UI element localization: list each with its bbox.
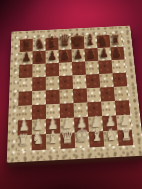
square-g7 [97,47,111,60]
square-f7 [84,48,98,61]
square-b3 [32,104,46,119]
square-b4 [32,90,46,105]
square-g8 [97,35,111,48]
square-d4 [59,89,73,104]
square-d1 [60,133,75,149]
square-g6 [98,60,112,74]
square-c5 [46,76,60,90]
square-e7 [72,49,86,62]
square-c8 [46,38,59,51]
square-h3 [115,100,130,115]
square-a8 [20,39,33,52]
square-f3 [87,102,102,117]
square-f6 [85,61,99,75]
square-a4 [18,91,32,106]
square-h2 [116,115,132,131]
square-f4 [87,88,102,103]
square-f2 [88,116,103,132]
square-c2 [46,118,60,134]
square-g2 [102,115,117,131]
square-e8 [71,36,84,49]
chess-board-area: ♜♞♝♛♚♝♞♜♟♟♟♟♟♟♟♟♟♟♟♟♟♟♟♟♜♞♝♛♚♝♞♜ [7,11,140,167]
square-b2 [32,119,46,135]
square-e3 [74,102,89,117]
square-a7 [19,51,32,65]
square-e4 [73,88,87,103]
square-d8 [58,37,71,50]
square-b1 [32,134,47,150]
square-f5 [86,74,100,88]
square-c1 [46,133,61,149]
square-a1 [17,135,32,151]
photo-red-fabric-background: ♜♞♝♛♚♝♞♜♟♟♟♟♟♟♟♟♟♟♟♟♟♟♟♟♜♞♝♛♚♝♞♜ [0,0,142,189]
square-b7 [33,51,46,64]
square-e5 [72,75,86,89]
square-h7 [110,47,124,60]
square-d3 [60,103,74,118]
square-d7 [59,49,72,62]
square-d5 [59,75,73,89]
square-g5 [99,73,114,87]
square-d6 [59,62,73,76]
square-g4 [100,87,115,102]
square-c6 [46,63,59,77]
square-c7 [46,50,59,63]
square-e1 [75,132,90,148]
square-f1 [89,131,104,147]
square-e2 [74,117,89,133]
square-h1 [117,130,133,146]
stone-board-border [7,26,142,163]
square-a2 [18,120,32,136]
square-h8 [109,34,123,47]
square-c4 [46,90,60,105]
square-f8 [84,36,98,49]
square-e6 [72,61,86,75]
square-b6 [32,64,45,78]
square-h6 [112,59,126,73]
square-g1 [103,130,119,146]
square-g3 [101,101,116,116]
square-b5 [32,77,46,91]
square-a3 [18,105,32,120]
square-h5 [113,73,128,87]
square-a5 [19,77,33,91]
square-a6 [19,64,33,78]
square-c3 [46,104,60,119]
board-grid [17,34,133,151]
square-h4 [114,86,129,101]
square-d2 [60,118,75,134]
square-b8 [33,38,46,51]
